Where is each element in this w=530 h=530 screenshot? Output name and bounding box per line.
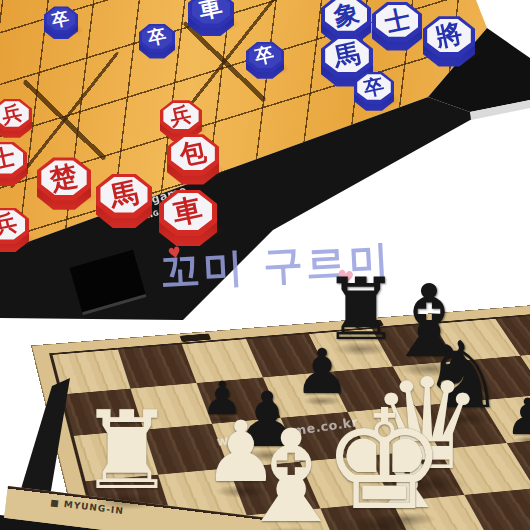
janggi-piece-red-chariot: 車 <box>159 190 217 247</box>
janggi-piece-blue-soldier: 卒 <box>246 42 284 79</box>
piece-face: 馬 <box>100 177 147 213</box>
piece-character: 包 <box>177 134 210 174</box>
piece-character: 象 <box>330 0 361 34</box>
piece-character: 馬 <box>331 36 364 76</box>
janggi-piece-red-soldier: 兵 <box>0 208 29 253</box>
janggi-piece-blue-chariot: 車 <box>188 0 234 37</box>
janggi-piece-red-soldier: 兵 <box>0 99 32 138</box>
piece-character: 楚 <box>47 157 81 198</box>
piece-face: 楚 <box>41 160 86 195</box>
piece-character: 卒 <box>146 24 169 51</box>
piece-character: 車 <box>170 189 207 234</box>
piece-character: 兵 <box>168 100 194 132</box>
board-hinge-clasp <box>180 333 212 342</box>
piece-character: 兵 <box>0 99 25 130</box>
janggi-piece-blue-soldier: 卒 <box>354 72 394 111</box>
piece-character: 卒 <box>50 6 71 32</box>
janggi-piece-blue-soldier: 卒 <box>44 6 78 39</box>
janggi-piece-red-general: 楚 <box>37 157 91 210</box>
piece-character: 將 <box>433 16 466 56</box>
chess-piece-black-pawn: ♟ <box>506 392 530 442</box>
chess-piece-white-bishop: ♝ <box>234 413 349 530</box>
piece-face: 卒 <box>357 74 391 100</box>
piece-character: 馬 <box>106 173 141 216</box>
maker-logo-icon: ■ <box>50 497 61 508</box>
janggi-piece-red-guard: 士 <box>0 142 27 187</box>
product-photo-scene: 卒卒卒車卒卒象士將馬卒兵兵士包楚馬車兵 www.migame ■ MYUNG-I… <box>0 0 530 530</box>
janggi-piece-blue-guard: 士 <box>372 2 422 51</box>
piece-character: 士 <box>381 2 412 39</box>
piece-character: 卒 <box>253 41 277 70</box>
janggi-piece-blue-general: 將 <box>423 16 475 67</box>
janggi-piece-red-cannon: 包 <box>167 134 219 185</box>
janggi-piece-red-horse: 馬 <box>96 174 152 229</box>
janggi-piece-blue-soldier: 卒 <box>139 24 175 59</box>
piece-face: 馬 <box>325 39 369 72</box>
piece-face: 車 <box>164 193 213 230</box>
piece-character: 卒 <box>361 72 386 103</box>
chess-piece-white-rook: ♜ <box>79 397 176 505</box>
